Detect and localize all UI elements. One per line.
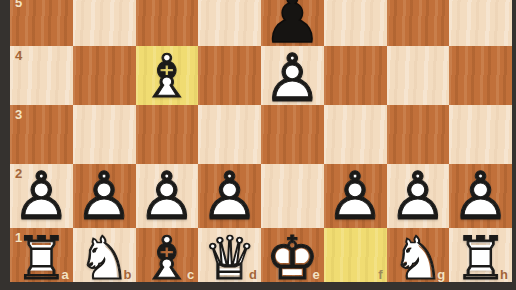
square-b2[interactable]: ♟♙ [73,164,136,228]
white-knight-outline: ♘ [77,228,131,288]
square-b5[interactable] [73,0,136,46]
rank-label-4: 4 [15,49,22,62]
square-a3[interactable]: 3 [10,105,73,164]
square-d1[interactable]: d♛♕ [198,228,261,282]
white-rook[interactable]: ♜♖ [14,228,68,288]
white-pawn-outline: ♙ [326,164,385,230]
white-pawn[interactable]: ♟♙ [263,46,322,112]
white-pawn-outline: ♙ [200,164,259,230]
white-knight[interactable]: ♞♘ [77,228,131,288]
white-knight[interactable]: ♞♘ [391,228,445,288]
square-c5[interactable] [136,0,199,46]
white-bishop-outline: ♗ [140,46,194,106]
square-c1[interactable]: c♝♗ [136,228,199,282]
square-e4[interactable]: ♟♙ [261,46,324,105]
white-pawn[interactable]: ♟♙ [12,164,71,230]
white-pawn[interactable]: ♟♙ [451,164,510,230]
square-h2[interactable]: ♟♙ [449,164,512,228]
square-f1[interactable]: f [324,228,387,282]
square-h3[interactable] [449,105,512,164]
board-viewport: 5♟4♝♗♟♙32♟♙♟♙♟♙♟♙♟♙♟♙♟♙1a♜♖b♞♘c♝♗d♛♕e♚♔f… [0,0,516,290]
square-f2[interactable]: ♟♙ [324,164,387,228]
square-g4[interactable] [387,46,450,105]
white-pawn-outline: ♙ [263,46,322,112]
white-bishop[interactable]: ♝♗ [140,46,194,106]
rank-label-3: 3 [15,108,22,121]
white-king-outline: ♔ [265,228,319,288]
white-bishop[interactable]: ♝♗ [140,228,194,288]
white-pawn[interactable]: ♟♙ [137,164,196,230]
white-pawn[interactable]: ♟♙ [200,164,259,230]
white-pawn[interactable]: ♟♙ [388,164,447,230]
white-queen-outline: ♕ [203,228,257,288]
square-a4[interactable]: 4 [10,46,73,105]
white-pawn-outline: ♙ [388,164,447,230]
square-c2[interactable]: ♟♙ [136,164,199,228]
square-h4[interactable] [449,46,512,105]
white-rook-outline: ♖ [454,228,508,288]
square-b3[interactable] [73,105,136,164]
white-pawn-outline: ♙ [451,164,510,230]
square-d4[interactable] [198,46,261,105]
chess-board: 5♟4♝♗♟♙32♟♙♟♙♟♙♟♙♟♙♟♙♟♙1a♜♖b♞♘c♝♗d♛♕e♚♔f… [10,0,512,282]
white-queen[interactable]: ♛♕ [203,228,257,288]
white-pawn[interactable]: ♟♙ [326,164,385,230]
square-g1[interactable]: g♞♘ [387,228,450,282]
white-pawn-outline: ♙ [137,164,196,230]
square-g3[interactable] [387,105,450,164]
square-e2[interactable] [261,164,324,228]
white-knight-outline: ♘ [391,228,445,288]
square-c3[interactable] [136,105,199,164]
square-a1[interactable]: 1a♜♖ [10,228,73,282]
square-h5[interactable] [449,0,512,46]
square-e3[interactable] [261,105,324,164]
square-g5[interactable] [387,0,450,46]
file-label-f: f [378,268,382,281]
white-pawn-outline: ♙ [12,164,71,230]
square-h1[interactable]: h♜♖ [449,228,512,282]
square-d2[interactable]: ♟♙ [198,164,261,228]
square-d3[interactable] [198,105,261,164]
square-a5[interactable]: 5 [10,0,73,46]
square-b4[interactable] [73,46,136,105]
rank-label-5: 5 [15,0,22,9]
white-pawn[interactable]: ♟♙ [75,164,134,230]
square-b1[interactable]: b♞♘ [73,228,136,282]
square-f3[interactable] [324,105,387,164]
square-g2[interactable]: ♟♙ [387,164,450,228]
white-rook[interactable]: ♜♖ [454,228,508,288]
square-a2[interactable]: 2♟♙ [10,164,73,228]
square-f4[interactable] [324,46,387,105]
white-pawn-outline: ♙ [75,164,134,230]
white-bishop-outline: ♗ [140,228,194,288]
white-rook-outline: ♖ [14,228,68,288]
square-e1[interactable]: e♚♔ [261,228,324,282]
square-c4[interactable]: ♝♗ [136,46,199,105]
square-d5[interactable] [198,0,261,46]
square-f5[interactable] [324,0,387,46]
white-king[interactable]: ♚♔ [265,228,319,288]
